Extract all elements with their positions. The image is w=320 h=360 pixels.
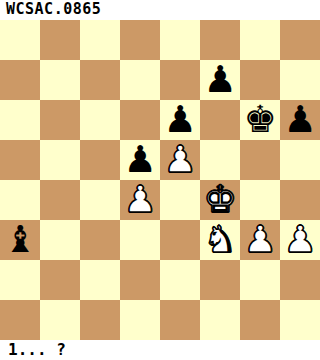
white-pawn-piece: ♟ xyxy=(123,180,156,220)
square-f8[interactable] xyxy=(200,20,240,60)
white-pawn-piece: ♟ xyxy=(163,140,196,180)
square-h4[interactable] xyxy=(280,180,320,220)
square-g8[interactable] xyxy=(240,20,280,60)
square-d3[interactable] xyxy=(120,220,160,260)
square-d2[interactable] xyxy=(120,260,160,300)
square-c6[interactable] xyxy=(80,100,120,140)
square-c2[interactable] xyxy=(80,260,120,300)
square-f3[interactable]: ♞ xyxy=(200,220,240,260)
white-king-piece: ♚ xyxy=(203,180,236,220)
square-e5[interactable]: ♟ xyxy=(160,140,200,180)
black-pawn-piece: ♟ xyxy=(203,60,236,100)
square-c5[interactable] xyxy=(80,140,120,180)
square-h1[interactable] xyxy=(280,300,320,340)
square-e8[interactable] xyxy=(160,20,200,60)
square-d1[interactable] xyxy=(120,300,160,340)
square-d6[interactable] xyxy=(120,100,160,140)
chess-board: ♟♟♚♟♟♟♟♚♝♞♟♟ xyxy=(0,20,320,340)
black-pawn-piece: ♟ xyxy=(283,100,316,140)
square-c3[interactable] xyxy=(80,220,120,260)
square-c8[interactable] xyxy=(80,20,120,60)
square-f6[interactable] xyxy=(200,100,240,140)
square-e7[interactable] xyxy=(160,60,200,100)
square-b7[interactable] xyxy=(40,60,80,100)
square-g7[interactable] xyxy=(240,60,280,100)
black-bishop-piece: ♝ xyxy=(3,220,36,260)
square-g6[interactable]: ♚ xyxy=(240,100,280,140)
square-d7[interactable] xyxy=(120,60,160,100)
square-e3[interactable] xyxy=(160,220,200,260)
square-h6[interactable]: ♟ xyxy=(280,100,320,140)
square-f2[interactable] xyxy=(200,260,240,300)
square-c1[interactable] xyxy=(80,300,120,340)
square-a6[interactable] xyxy=(0,100,40,140)
square-c7[interactable] xyxy=(80,60,120,100)
square-f4[interactable]: ♚ xyxy=(200,180,240,220)
square-a1[interactable] xyxy=(0,300,40,340)
square-e4[interactable] xyxy=(160,180,200,220)
black-pawn-piece: ♟ xyxy=(123,140,156,180)
black-king-piece: ♚ xyxy=(243,100,276,140)
square-d8[interactable] xyxy=(120,20,160,60)
square-e1[interactable] xyxy=(160,300,200,340)
square-f5[interactable] xyxy=(200,140,240,180)
square-h8[interactable] xyxy=(280,20,320,60)
square-g2[interactable] xyxy=(240,260,280,300)
black-pawn-piece: ♟ xyxy=(163,100,196,140)
square-g5[interactable] xyxy=(240,140,280,180)
square-b6[interactable] xyxy=(40,100,80,140)
chess-puzzle-frame: WCSAC.0865 ♟♟♚♟♟♟♟♚♝♞♟♟ 1... ? xyxy=(0,0,320,360)
square-a8[interactable] xyxy=(0,20,40,60)
square-h7[interactable] xyxy=(280,60,320,100)
square-a2[interactable] xyxy=(0,260,40,300)
square-b5[interactable] xyxy=(40,140,80,180)
square-h3[interactable]: ♟ xyxy=(280,220,320,260)
square-c4[interactable] xyxy=(80,180,120,220)
puzzle-id-title: WCSAC.0865 xyxy=(0,0,320,20)
square-h2[interactable] xyxy=(280,260,320,300)
square-b2[interactable] xyxy=(40,260,80,300)
square-e2[interactable] xyxy=(160,260,200,300)
square-a4[interactable] xyxy=(0,180,40,220)
white-pawn-piece: ♟ xyxy=(243,220,276,260)
white-pawn-piece: ♟ xyxy=(283,220,316,260)
square-b4[interactable] xyxy=(40,180,80,220)
move-prompt: 1... ? xyxy=(0,340,320,360)
square-f1[interactable] xyxy=(200,300,240,340)
square-g4[interactable] xyxy=(240,180,280,220)
square-d5[interactable]: ♟ xyxy=(120,140,160,180)
square-d4[interactable]: ♟ xyxy=(120,180,160,220)
square-g1[interactable] xyxy=(240,300,280,340)
square-b1[interactable] xyxy=(40,300,80,340)
square-f7[interactable]: ♟ xyxy=(200,60,240,100)
square-a3[interactable]: ♝ xyxy=(0,220,40,260)
square-a7[interactable] xyxy=(0,60,40,100)
square-g3[interactable]: ♟ xyxy=(240,220,280,260)
square-h5[interactable] xyxy=(280,140,320,180)
square-b3[interactable] xyxy=(40,220,80,260)
square-a5[interactable] xyxy=(0,140,40,180)
square-b8[interactable] xyxy=(40,20,80,60)
white-knight-piece: ♞ xyxy=(203,220,236,260)
square-e6[interactable]: ♟ xyxy=(160,100,200,140)
